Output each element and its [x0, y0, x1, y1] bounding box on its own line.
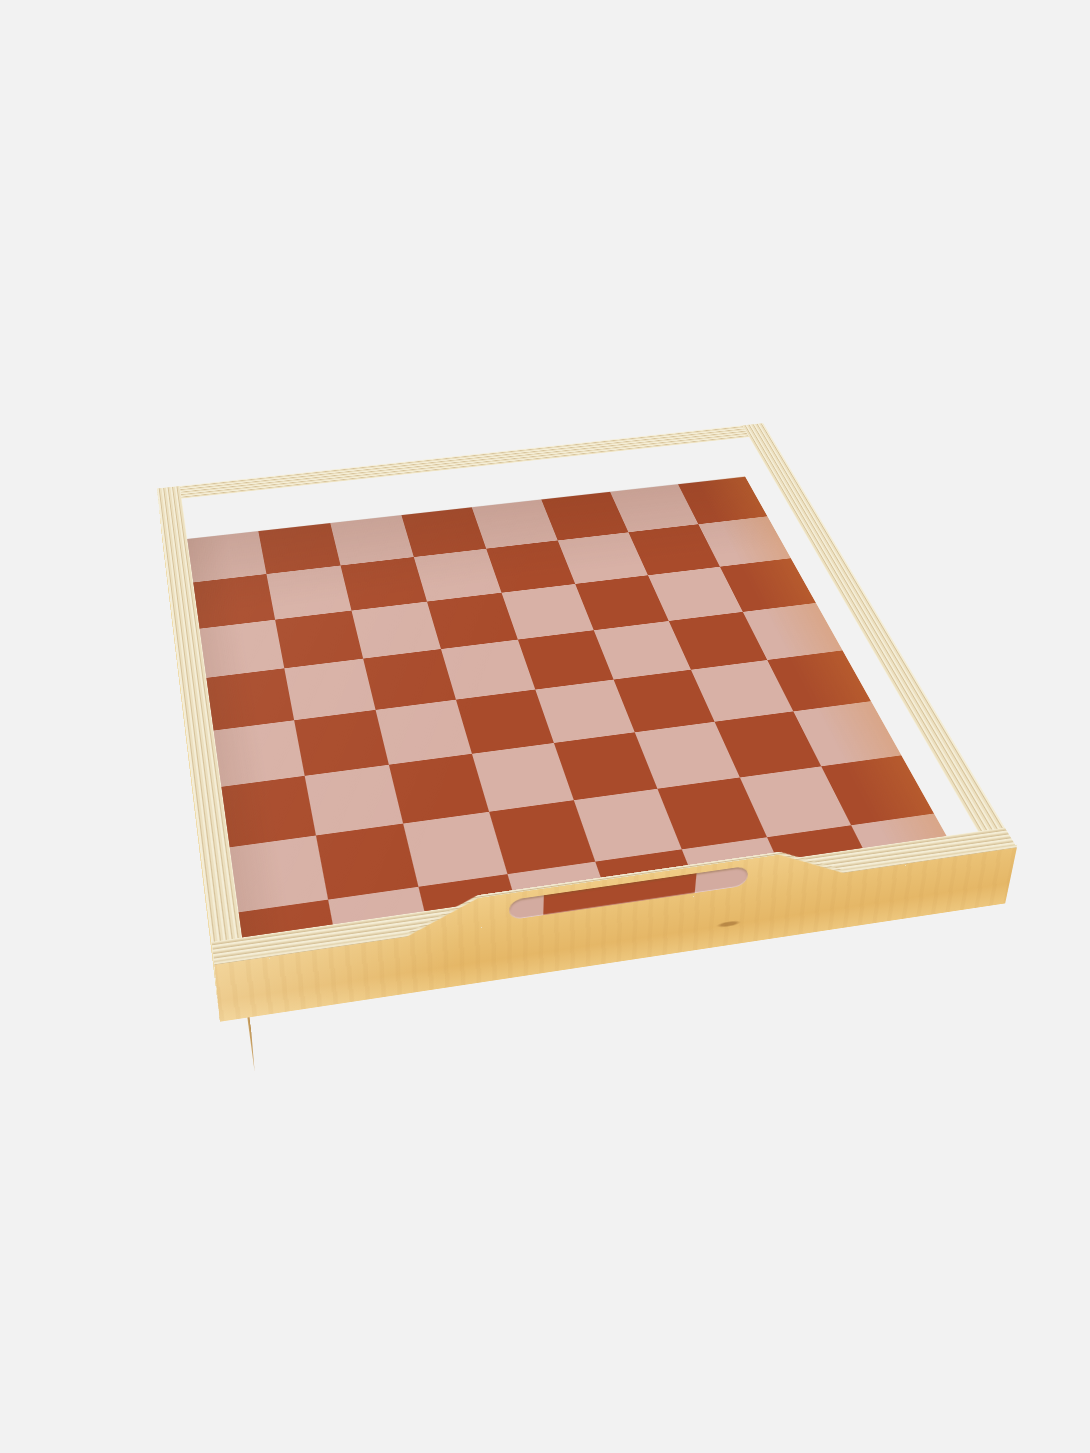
product-photo-scene: Product photo of a square birch plywood … — [0, 0, 1090, 1453]
